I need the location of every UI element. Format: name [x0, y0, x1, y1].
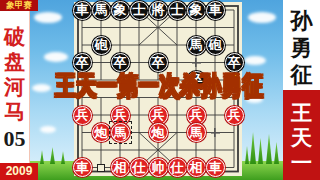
- player-red-banner: 王天一: [283, 90, 320, 180]
- point-cross-marker: [211, 128, 220, 137]
- episode-number: 05: [0, 125, 29, 152]
- thumbnail-stage: 象甲赛 破盘河马 05 2009 孙勇征 王天一 車馬象士將士象車砲馬砲卒卒卒卒…: [0, 0, 320, 180]
- piece-red-仕: 仕: [168, 158, 187, 177]
- piece-black-將: 將: [149, 1, 168, 20]
- move-origin-square-marker: [97, 164, 105, 172]
- player-red-name: 王天一: [283, 101, 320, 176]
- piece-red-相: 相: [111, 158, 130, 177]
- player-black-name: 孙勇征: [283, 7, 320, 88]
- move-destination-brackets-marker: [109, 121, 132, 144]
- piece-black-車: 車: [206, 1, 225, 20]
- cloud: [34, 12, 62, 23]
- piece-red-帅: 帅: [149, 158, 168, 177]
- piece-red-相: 相: [187, 158, 206, 177]
- series-title-vertical: 破盘河马: [0, 25, 29, 125]
- point-cross-marker: [192, 58, 201, 67]
- league-tag: 象甲赛: [0, 0, 38, 11]
- series-title-banner: 破盘河马 05: [0, 11, 30, 163]
- piece-red-兵: 兵: [149, 106, 168, 125]
- piece-red-兵: 兵: [187, 106, 206, 125]
- piece-red-馬: 馬: [187, 123, 206, 142]
- piece-black-士: 士: [130, 1, 149, 20]
- piece-black-象: 象: [187, 1, 206, 20]
- piece-black-馬: 馬: [92, 1, 111, 20]
- piece-black-車: 車: [73, 1, 92, 20]
- piece-red-仕: 仕: [130, 158, 149, 177]
- piece-black-士: 士: [168, 1, 187, 20]
- piece-black-象: 象: [111, 1, 130, 20]
- piece-red-車: 車: [73, 158, 92, 177]
- player-black-banner: 孙勇征: [283, 0, 320, 90]
- cloud: [40, 126, 56, 133]
- piece-black-砲: 砲: [206, 36, 225, 55]
- cloud: [248, 12, 276, 23]
- cloud: [32, 84, 51, 92]
- piece-black-砲: 砲: [92, 36, 111, 55]
- piece-red-車: 車: [206, 158, 225, 177]
- piece-red-兵: 兵: [225, 106, 244, 125]
- piece-red-炮: 炮: [149, 123, 168, 142]
- cloud: [44, 52, 68, 62]
- year-label: 2009: [0, 163, 38, 180]
- piece-red-兵: 兵: [73, 106, 92, 125]
- caption-overlay: 王天一第一次杀孙勇征: [55, 70, 263, 101]
- piece-black-馬: 馬: [187, 36, 206, 55]
- cloud: [244, 56, 266, 65]
